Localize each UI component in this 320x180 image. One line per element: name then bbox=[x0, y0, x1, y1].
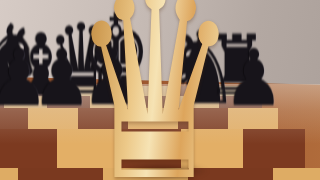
white-queen-f4: ♛ bbox=[70, 0, 239, 180]
chess-photo-scene: ♞ ♝ ♛ ♚ ♞ ♜ ♟ ♟ ♟ ♟ ♛ bbox=[0, 0, 320, 180]
square-h4 bbox=[273, 168, 320, 180]
square-d5 bbox=[0, 129, 57, 168]
square-d4 bbox=[0, 168, 18, 180]
square-h5 bbox=[243, 129, 305, 168]
